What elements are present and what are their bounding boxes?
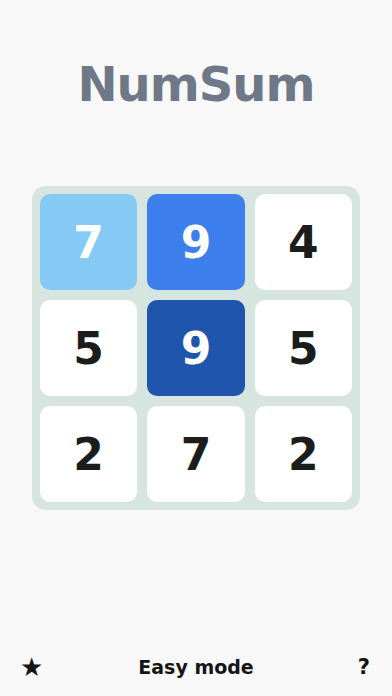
cell-r1c2[interactable]: 5 [255,300,352,396]
footer-bar: ★ Easy mode ? [0,638,392,696]
cell-r0c0[interactable]: 7 [40,194,137,290]
help-icon[interactable]: ? [358,657,370,678]
mode-label: Easy mode [0,656,392,678]
cell-r0c1[interactable]: 9 [147,194,244,290]
numsum-board: 794595272 [32,186,360,510]
cell-r2c2[interactable]: 2 [255,406,352,502]
page-title: NumSum [0,56,392,112]
cell-r0c2[interactable]: 4 [255,194,352,290]
cell-r1c1[interactable]: 9 [147,300,244,396]
cell-r1c0[interactable]: 5 [40,300,137,396]
cell-r2c1[interactable]: 7 [147,406,244,502]
cell-r2c0[interactable]: 2 [40,406,137,502]
